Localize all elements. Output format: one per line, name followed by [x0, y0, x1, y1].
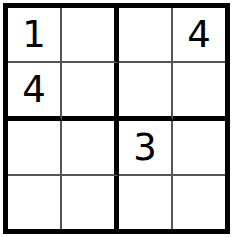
cell-r4c1[interactable] [8, 176, 62, 229]
cell-r2c4[interactable] [173, 63, 225, 121]
cell-r3c4[interactable] [173, 121, 225, 176]
sudoku-board-wrapper: 1443 [0, 0, 233, 237]
cell-r1c2[interactable] [62, 8, 119, 63]
cell-r2c3[interactable] [119, 63, 173, 121]
cell-r4c2[interactable] [62, 176, 119, 229]
cell-r3c1[interactable] [8, 121, 62, 176]
cell-r4c4[interactable] [173, 176, 225, 229]
cell-r1c3[interactable] [119, 8, 173, 63]
cell-r1c4[interactable]: 4 [173, 8, 225, 63]
cell-r4c3[interactable] [119, 176, 173, 229]
cell-r3c2[interactable] [62, 121, 119, 176]
cell-r2c2[interactable] [62, 63, 119, 121]
cell-r3c3[interactable]: 3 [119, 121, 173, 176]
sudoku-board: 1443 [3, 3, 230, 234]
cell-r1c1[interactable]: 1 [8, 8, 62, 63]
cell-r2c1[interactable]: 4 [8, 63, 62, 121]
